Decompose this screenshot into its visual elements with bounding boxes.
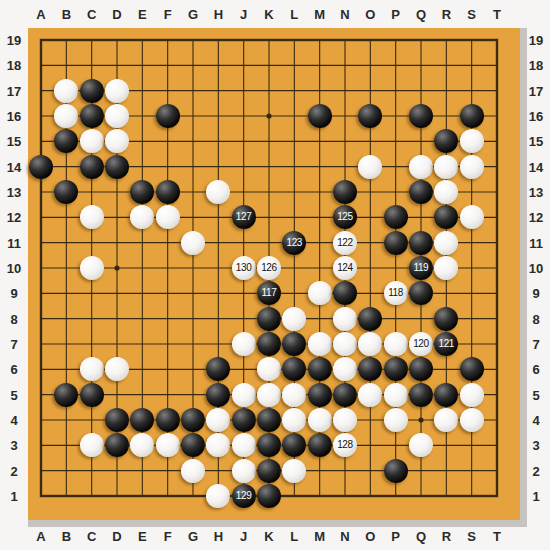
intersection-T8[interactable]: [484, 306, 509, 331]
intersection-N13[interactable]: [332, 179, 357, 204]
intersection-B11[interactable]: [54, 230, 79, 255]
intersection-B13[interactable]: [54, 179, 79, 204]
intersection-R1[interactable]: [434, 483, 459, 508]
intersection-G6[interactable]: [180, 357, 205, 382]
intersection-B5[interactable]: [54, 382, 79, 407]
intersection-E17[interactable]: [130, 78, 155, 103]
intersection-H11[interactable]: [206, 230, 231, 255]
intersection-G18[interactable]: [180, 53, 205, 78]
intersection-S12[interactable]: [459, 205, 484, 230]
intersection-S2[interactable]: [459, 458, 484, 483]
intersection-T1[interactable]: [484, 483, 509, 508]
intersection-T11[interactable]: [484, 230, 509, 255]
intersection-P7[interactable]: [383, 331, 408, 356]
intersection-E1[interactable]: [130, 483, 155, 508]
intersection-N11[interactable]: 122: [332, 230, 357, 255]
intersection-N2[interactable]: [332, 458, 357, 483]
intersection-T6[interactable]: [484, 357, 509, 382]
intersection-O7[interactable]: [358, 331, 383, 356]
intersection-D10[interactable]: [104, 255, 129, 280]
intersection-L7[interactable]: [282, 331, 307, 356]
intersection-M12[interactable]: [307, 205, 332, 230]
intersection-N14[interactable]: [332, 154, 357, 179]
intersection-G3[interactable]: [180, 433, 205, 458]
intersection-H9[interactable]: [206, 281, 231, 306]
intersection-J10[interactable]: 130: [231, 255, 256, 280]
intersection-S13[interactable]: [459, 179, 484, 204]
intersection-O16[interactable]: [358, 103, 383, 128]
intersection-T7[interactable]: [484, 331, 509, 356]
intersection-L17[interactable]: [282, 78, 307, 103]
intersection-S18[interactable]: [459, 53, 484, 78]
intersection-M13[interactable]: [307, 179, 332, 204]
intersection-D16[interactable]: [104, 103, 129, 128]
intersection-L1[interactable]: [282, 483, 307, 508]
intersection-R8[interactable]: [434, 306, 459, 331]
intersection-J9[interactable]: [231, 281, 256, 306]
intersection-S11[interactable]: [459, 230, 484, 255]
intersection-K4[interactable]: [256, 407, 281, 432]
intersection-B9[interactable]: [54, 281, 79, 306]
intersection-G11[interactable]: [180, 230, 205, 255]
intersection-G2[interactable]: [180, 458, 205, 483]
intersection-F18[interactable]: [155, 53, 180, 78]
intersection-F7[interactable]: [155, 331, 180, 356]
intersection-H1[interactable]: [206, 483, 231, 508]
intersection-T12[interactable]: [484, 205, 509, 230]
intersection-F5[interactable]: [155, 382, 180, 407]
intersection-T5[interactable]: [484, 382, 509, 407]
intersection-N3[interactable]: 128: [332, 433, 357, 458]
intersection-L18[interactable]: [282, 53, 307, 78]
intersection-M19[interactable]: [307, 27, 332, 52]
intersection-S7[interactable]: [459, 331, 484, 356]
intersection-P6[interactable]: [383, 357, 408, 382]
intersection-R6[interactable]: [434, 357, 459, 382]
intersection-B12[interactable]: [54, 205, 79, 230]
intersection-N18[interactable]: [332, 53, 357, 78]
intersection-T18[interactable]: [484, 53, 509, 78]
intersection-L8[interactable]: [282, 306, 307, 331]
intersection-F2[interactable]: [155, 458, 180, 483]
intersection-P2[interactable]: [383, 458, 408, 483]
intersection-J15[interactable]: [231, 129, 256, 154]
intersection-J8[interactable]: [231, 306, 256, 331]
intersection-H17[interactable]: [206, 78, 231, 103]
intersection-Q11[interactable]: [408, 230, 433, 255]
intersection-A14[interactable]: [28, 154, 53, 179]
intersection-N10[interactable]: 124: [332, 255, 357, 280]
intersection-F15[interactable]: [155, 129, 180, 154]
intersection-D3[interactable]: [104, 433, 129, 458]
intersection-L5[interactable]: [282, 382, 307, 407]
intersection-P19[interactable]: [383, 27, 408, 52]
intersection-B7[interactable]: [54, 331, 79, 356]
intersection-D5[interactable]: [104, 382, 129, 407]
intersection-E11[interactable]: [130, 230, 155, 255]
intersection-M17[interactable]: [307, 78, 332, 103]
intersection-F14[interactable]: [155, 154, 180, 179]
intersection-K5[interactable]: [256, 382, 281, 407]
intersection-S15[interactable]: [459, 129, 484, 154]
intersection-A8[interactable]: [28, 306, 53, 331]
intersection-G5[interactable]: [180, 382, 205, 407]
intersection-J3[interactable]: [231, 433, 256, 458]
intersection-M3[interactable]: [307, 433, 332, 458]
intersection-C15[interactable]: [79, 129, 104, 154]
intersection-B3[interactable]: [54, 433, 79, 458]
intersection-S5[interactable]: [459, 382, 484, 407]
intersection-R5[interactable]: [434, 382, 459, 407]
intersection-S10[interactable]: [459, 255, 484, 280]
intersection-S4[interactable]: [459, 407, 484, 432]
intersection-N15[interactable]: [332, 129, 357, 154]
intersection-K7[interactable]: [256, 331, 281, 356]
intersection-L3[interactable]: [282, 433, 307, 458]
intersection-A13[interactable]: [28, 179, 53, 204]
intersection-D19[interactable]: [104, 27, 129, 52]
intersection-J4[interactable]: [231, 407, 256, 432]
intersection-F4[interactable]: [155, 407, 180, 432]
intersection-Q9[interactable]: [408, 281, 433, 306]
intersection-H18[interactable]: [206, 53, 231, 78]
intersection-H2[interactable]: [206, 458, 231, 483]
intersection-O17[interactable]: [358, 78, 383, 103]
intersection-M14[interactable]: [307, 154, 332, 179]
intersection-O6[interactable]: [358, 357, 383, 382]
intersection-L11[interactable]: 123: [282, 230, 307, 255]
intersection-G10[interactable]: [180, 255, 205, 280]
intersection-O12[interactable]: [358, 205, 383, 230]
intersection-L16[interactable]: [282, 103, 307, 128]
intersection-P5[interactable]: [383, 382, 408, 407]
intersection-O14[interactable]: [358, 154, 383, 179]
intersection-L19[interactable]: [282, 27, 307, 52]
intersection-H19[interactable]: [206, 27, 231, 52]
intersection-T16[interactable]: [484, 103, 509, 128]
intersection-L4[interactable]: [282, 407, 307, 432]
intersection-L6[interactable]: [282, 357, 307, 382]
intersection-M6[interactable]: [307, 357, 332, 382]
intersection-K8[interactable]: [256, 306, 281, 331]
intersection-Q1[interactable]: [408, 483, 433, 508]
intersection-R19[interactable]: [434, 27, 459, 52]
intersection-C7[interactable]: [79, 331, 104, 356]
intersection-G16[interactable]: [180, 103, 205, 128]
intersection-R2[interactable]: [434, 458, 459, 483]
intersection-Q12[interactable]: [408, 205, 433, 230]
intersection-N9[interactable]: [332, 281, 357, 306]
intersection-J6[interactable]: [231, 357, 256, 382]
intersection-J11[interactable]: [231, 230, 256, 255]
intersection-T17[interactable]: [484, 78, 509, 103]
intersection-B18[interactable]: [54, 53, 79, 78]
intersection-T3[interactable]: [484, 433, 509, 458]
intersection-J18[interactable]: [231, 53, 256, 78]
intersection-T10[interactable]: [484, 255, 509, 280]
intersection-B1[interactable]: [54, 483, 79, 508]
intersection-C2[interactable]: [79, 458, 104, 483]
intersection-R18[interactable]: [434, 53, 459, 78]
intersection-J13[interactable]: [231, 179, 256, 204]
intersection-Q17[interactable]: [408, 78, 433, 103]
intersection-D13[interactable]: [104, 179, 129, 204]
intersection-M1[interactable]: [307, 483, 332, 508]
intersection-C14[interactable]: [79, 154, 104, 179]
intersection-C13[interactable]: [79, 179, 104, 204]
intersection-A11[interactable]: [28, 230, 53, 255]
intersection-B15[interactable]: [54, 129, 79, 154]
intersection-C11[interactable]: [79, 230, 104, 255]
intersection-D1[interactable]: [104, 483, 129, 508]
intersection-Q18[interactable]: [408, 53, 433, 78]
intersection-J1[interactable]: 129: [231, 483, 256, 508]
intersection-G8[interactable]: [180, 306, 205, 331]
intersection-G9[interactable]: [180, 281, 205, 306]
intersection-T9[interactable]: [484, 281, 509, 306]
intersection-R4[interactable]: [434, 407, 459, 432]
intersection-E8[interactable]: [130, 306, 155, 331]
intersection-D4[interactable]: [104, 407, 129, 432]
intersection-Q14[interactable]: [408, 154, 433, 179]
intersection-C17[interactable]: [79, 78, 104, 103]
intersection-N4[interactable]: [332, 407, 357, 432]
intersection-G12[interactable]: [180, 205, 205, 230]
intersection-L9[interactable]: [282, 281, 307, 306]
intersection-C9[interactable]: [79, 281, 104, 306]
intersection-P9[interactable]: 118: [383, 281, 408, 306]
intersection-A17[interactable]: [28, 78, 53, 103]
intersection-Q13[interactable]: [408, 179, 433, 204]
intersection-T13[interactable]: [484, 179, 509, 204]
intersection-S9[interactable]: [459, 281, 484, 306]
intersection-K1[interactable]: [256, 483, 281, 508]
intersection-Q8[interactable]: [408, 306, 433, 331]
intersection-N7[interactable]: [332, 331, 357, 356]
intersection-F12[interactable]: [155, 205, 180, 230]
intersection-E4[interactable]: [130, 407, 155, 432]
intersection-A6[interactable]: [28, 357, 53, 382]
intersection-D9[interactable]: [104, 281, 129, 306]
intersection-E13[interactable]: [130, 179, 155, 204]
intersection-Q15[interactable]: [408, 129, 433, 154]
intersection-K11[interactable]: [256, 230, 281, 255]
intersection-N8[interactable]: [332, 306, 357, 331]
intersection-A9[interactable]: [28, 281, 53, 306]
intersection-H6[interactable]: [206, 357, 231, 382]
intersection-K16[interactable]: [256, 103, 281, 128]
intersection-P16[interactable]: [383, 103, 408, 128]
intersection-A7[interactable]: [28, 331, 53, 356]
intersection-A2[interactable]: [28, 458, 53, 483]
intersection-C4[interactable]: [79, 407, 104, 432]
intersection-C19[interactable]: [79, 27, 104, 52]
intersection-Q6[interactable]: [408, 357, 433, 382]
intersection-M4[interactable]: [307, 407, 332, 432]
intersection-D14[interactable]: [104, 154, 129, 179]
intersection-C12[interactable]: [79, 205, 104, 230]
intersection-N5[interactable]: [332, 382, 357, 407]
intersection-G1[interactable]: [180, 483, 205, 508]
intersection-D17[interactable]: [104, 78, 129, 103]
intersection-J12[interactable]: 127: [231, 205, 256, 230]
intersection-B10[interactable]: [54, 255, 79, 280]
intersection-N19[interactable]: [332, 27, 357, 52]
intersection-M16[interactable]: [307, 103, 332, 128]
intersection-F13[interactable]: [155, 179, 180, 204]
intersection-Q5[interactable]: [408, 382, 433, 407]
intersection-R16[interactable]: [434, 103, 459, 128]
intersection-O8[interactable]: [358, 306, 383, 331]
intersection-A19[interactable]: [28, 27, 53, 52]
intersection-K3[interactable]: [256, 433, 281, 458]
intersection-H5[interactable]: [206, 382, 231, 407]
intersection-B17[interactable]: [54, 78, 79, 103]
intersection-N17[interactable]: [332, 78, 357, 103]
intersection-P10[interactable]: [383, 255, 408, 280]
intersection-P8[interactable]: [383, 306, 408, 331]
intersection-L14[interactable]: [282, 154, 307, 179]
intersection-M11[interactable]: [307, 230, 332, 255]
intersection-M5[interactable]: [307, 382, 332, 407]
intersection-J7[interactable]: [231, 331, 256, 356]
intersection-O4[interactable]: [358, 407, 383, 432]
intersection-R11[interactable]: [434, 230, 459, 255]
intersection-R7[interactable]: 121: [434, 331, 459, 356]
intersection-T2[interactable]: [484, 458, 509, 483]
intersection-L15[interactable]: [282, 129, 307, 154]
intersection-S6[interactable]: [459, 357, 484, 382]
intersection-H8[interactable]: [206, 306, 231, 331]
intersection-K6[interactable]: [256, 357, 281, 382]
intersection-O5[interactable]: [358, 382, 383, 407]
intersection-O15[interactable]: [358, 129, 383, 154]
intersection-P11[interactable]: [383, 230, 408, 255]
intersection-A10[interactable]: [28, 255, 53, 280]
intersection-O3[interactable]: [358, 433, 383, 458]
intersection-S3[interactable]: [459, 433, 484, 458]
intersection-F9[interactable]: [155, 281, 180, 306]
intersection-B19[interactable]: [54, 27, 79, 52]
intersection-H12[interactable]: [206, 205, 231, 230]
intersection-R17[interactable]: [434, 78, 459, 103]
intersection-E14[interactable]: [130, 154, 155, 179]
intersection-C10[interactable]: [79, 255, 104, 280]
intersection-P18[interactable]: [383, 53, 408, 78]
intersection-J5[interactable]: [231, 382, 256, 407]
intersection-J17[interactable]: [231, 78, 256, 103]
intersection-T19[interactable]: [484, 27, 509, 52]
intersection-K9[interactable]: 117: [256, 281, 281, 306]
intersection-D18[interactable]: [104, 53, 129, 78]
intersection-N6[interactable]: [332, 357, 357, 382]
intersection-P1[interactable]: [383, 483, 408, 508]
intersection-C3[interactable]: [79, 433, 104, 458]
intersection-M2[interactable]: [307, 458, 332, 483]
intersection-H3[interactable]: [206, 433, 231, 458]
intersection-F17[interactable]: [155, 78, 180, 103]
intersection-S19[interactable]: [459, 27, 484, 52]
intersection-H14[interactable]: [206, 154, 231, 179]
intersection-H4[interactable]: [206, 407, 231, 432]
intersection-B16[interactable]: [54, 103, 79, 128]
intersection-D2[interactable]: [104, 458, 129, 483]
intersection-B8[interactable]: [54, 306, 79, 331]
intersection-P3[interactable]: [383, 433, 408, 458]
intersection-R14[interactable]: [434, 154, 459, 179]
intersection-Q7[interactable]: 120: [408, 331, 433, 356]
intersection-A16[interactable]: [28, 103, 53, 128]
intersection-C18[interactable]: [79, 53, 104, 78]
intersection-O1[interactable]: [358, 483, 383, 508]
intersection-C16[interactable]: [79, 103, 104, 128]
intersection-S8[interactable]: [459, 306, 484, 331]
intersection-E15[interactable]: [130, 129, 155, 154]
intersection-G17[interactable]: [180, 78, 205, 103]
intersection-Q16[interactable]: [408, 103, 433, 128]
intersection-E18[interactable]: [130, 53, 155, 78]
intersection-Q19[interactable]: [408, 27, 433, 52]
intersection-E5[interactable]: [130, 382, 155, 407]
intersection-C8[interactable]: [79, 306, 104, 331]
intersection-K19[interactable]: [256, 27, 281, 52]
intersection-P4[interactable]: [383, 407, 408, 432]
intersection-P13[interactable]: [383, 179, 408, 204]
intersection-L12[interactable]: [282, 205, 307, 230]
intersection-E10[interactable]: [130, 255, 155, 280]
intersection-O18[interactable]: [358, 53, 383, 78]
intersection-L2[interactable]: [282, 458, 307, 483]
intersection-P17[interactable]: [383, 78, 408, 103]
intersection-O13[interactable]: [358, 179, 383, 204]
intersection-H16[interactable]: [206, 103, 231, 128]
intersection-K15[interactable]: [256, 129, 281, 154]
intersection-K14[interactable]: [256, 154, 281, 179]
intersection-T14[interactable]: [484, 154, 509, 179]
intersection-E16[interactable]: [130, 103, 155, 128]
intersection-D6[interactable]: [104, 357, 129, 382]
intersection-K17[interactable]: [256, 78, 281, 103]
intersection-P14[interactable]: [383, 154, 408, 179]
intersection-D11[interactable]: [104, 230, 129, 255]
intersection-J2[interactable]: [231, 458, 256, 483]
intersection-M8[interactable]: [307, 306, 332, 331]
intersection-E2[interactable]: [130, 458, 155, 483]
intersection-R12[interactable]: [434, 205, 459, 230]
intersection-E9[interactable]: [130, 281, 155, 306]
intersection-E19[interactable]: [130, 27, 155, 52]
intersection-D12[interactable]: [104, 205, 129, 230]
intersection-P15[interactable]: [383, 129, 408, 154]
intersection-M10[interactable]: [307, 255, 332, 280]
intersection-N12[interactable]: 125: [332, 205, 357, 230]
intersection-A3[interactable]: [28, 433, 53, 458]
intersection-A5[interactable]: [28, 382, 53, 407]
intersection-A18[interactable]: [28, 53, 53, 78]
intersection-L13[interactable]: [282, 179, 307, 204]
intersection-E6[interactable]: [130, 357, 155, 382]
intersection-H7[interactable]: [206, 331, 231, 356]
intersection-B6[interactable]: [54, 357, 79, 382]
intersection-F19[interactable]: [155, 27, 180, 52]
intersection-B4[interactable]: [54, 407, 79, 432]
intersection-S1[interactable]: [459, 483, 484, 508]
intersection-E3[interactable]: [130, 433, 155, 458]
intersection-R10[interactable]: [434, 255, 459, 280]
intersection-K12[interactable]: [256, 205, 281, 230]
intersection-O9[interactable]: [358, 281, 383, 306]
intersection-M15[interactable]: [307, 129, 332, 154]
